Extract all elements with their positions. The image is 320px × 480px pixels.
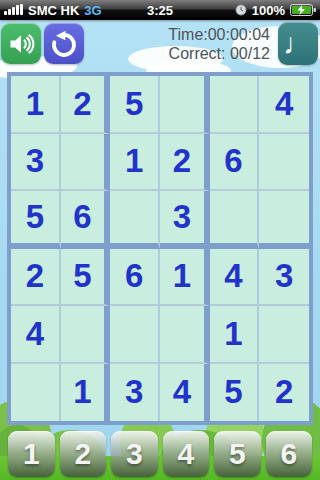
battery-icon [290,4,316,16]
cell-r1c3[interactable]: 5 [110,76,160,134]
key-6[interactable]: 6 [266,431,313,477]
status-bar: SMC HK 3G 3:25 100% [0,0,320,20]
cell-r5c6[interactable] [259,306,309,364]
clock-time: 3:25 [147,3,173,18]
cell-r3c6[interactable] [259,191,309,249]
key-2[interactable]: 2 [60,431,107,477]
cell-r1c4[interactable] [160,76,210,134]
cell-r5c4[interactable] [160,306,210,364]
cell-r6c2[interactable]: 1 [61,364,111,422]
cell-r6c5[interactable]: 5 [210,364,260,422]
correct-label: Correct: 00/12 [168,44,270,63]
cell-r1c1[interactable]: 1 [11,76,61,134]
undo-button[interactable] [44,23,84,64]
undo-icon [49,29,79,59]
key-1[interactable]: 1 [8,431,55,477]
volume-icon [7,30,35,58]
key-3[interactable]: 3 [111,431,158,477]
timer-label: Time:00:00:04 [168,25,270,44]
cell-r4c1[interactable]: 2 [11,249,61,307]
cell-r1c2[interactable]: 2 [61,76,111,134]
cell-r2c6[interactable] [259,134,309,192]
alarm-clock-icon [235,4,247,16]
app-screen: SMC HK 3G 3:25 100% [0,0,320,480]
cell-r6c3[interactable]: 3 [110,364,160,422]
cell-r1c6[interactable]: 4 [259,76,309,134]
sound-button[interactable] [1,23,41,64]
cell-r2c4[interactable]: 2 [160,134,210,192]
cell-r5c3[interactable] [110,306,160,364]
cell-r2c3[interactable]: 1 [110,134,160,192]
cell-r5c1[interactable]: 4 [11,306,61,364]
cell-r5c2[interactable] [61,306,111,364]
key-4[interactable]: 4 [163,431,210,477]
cell-r4c6[interactable]: 3 [259,249,309,307]
cell-r4c5[interactable]: 4 [210,249,260,307]
battery-percent: 100% [252,3,285,18]
sudoku-board: 125431265632561434113452 [7,72,313,425]
cell-r5c5[interactable]: 1 [210,306,260,364]
cell-r6c6[interactable]: 2 [259,364,309,422]
cell-r3c3[interactable] [110,191,160,249]
cell-r3c5[interactable] [210,191,260,249]
music-note-icon: ♩ [283,29,313,59]
hud: Time:00:00:04 Correct: 00/12 [168,25,270,63]
cell-r1c5[interactable] [210,76,260,134]
cell-r2c2[interactable] [61,134,111,192]
cell-r6c1[interactable] [11,364,61,422]
cell-r3c4[interactable]: 3 [160,191,210,249]
key-5[interactable]: 5 [214,431,261,477]
cell-r4c4[interactable]: 1 [160,249,210,307]
cell-r3c1[interactable]: 5 [11,191,61,249]
cell-r2c1[interactable]: 3 [11,134,61,192]
cell-r4c2[interactable]: 5 [61,249,111,307]
cell-r4c3[interactable]: 6 [110,249,160,307]
number-keypad: 123456 [8,431,312,477]
cell-r6c4[interactable]: 4 [160,364,210,422]
cell-r2c5[interactable]: 6 [210,134,260,192]
music-button[interactable]: ♩ [278,22,318,65]
cell-r3c2[interactable]: 6 [61,191,111,249]
